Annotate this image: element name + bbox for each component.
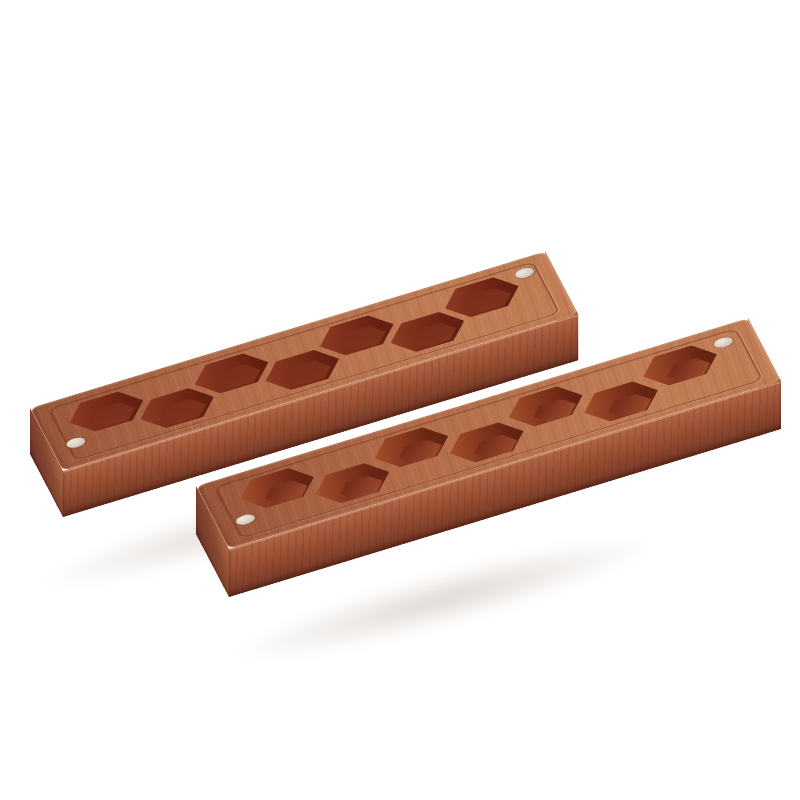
product-photo-scene	[0, 0, 800, 800]
